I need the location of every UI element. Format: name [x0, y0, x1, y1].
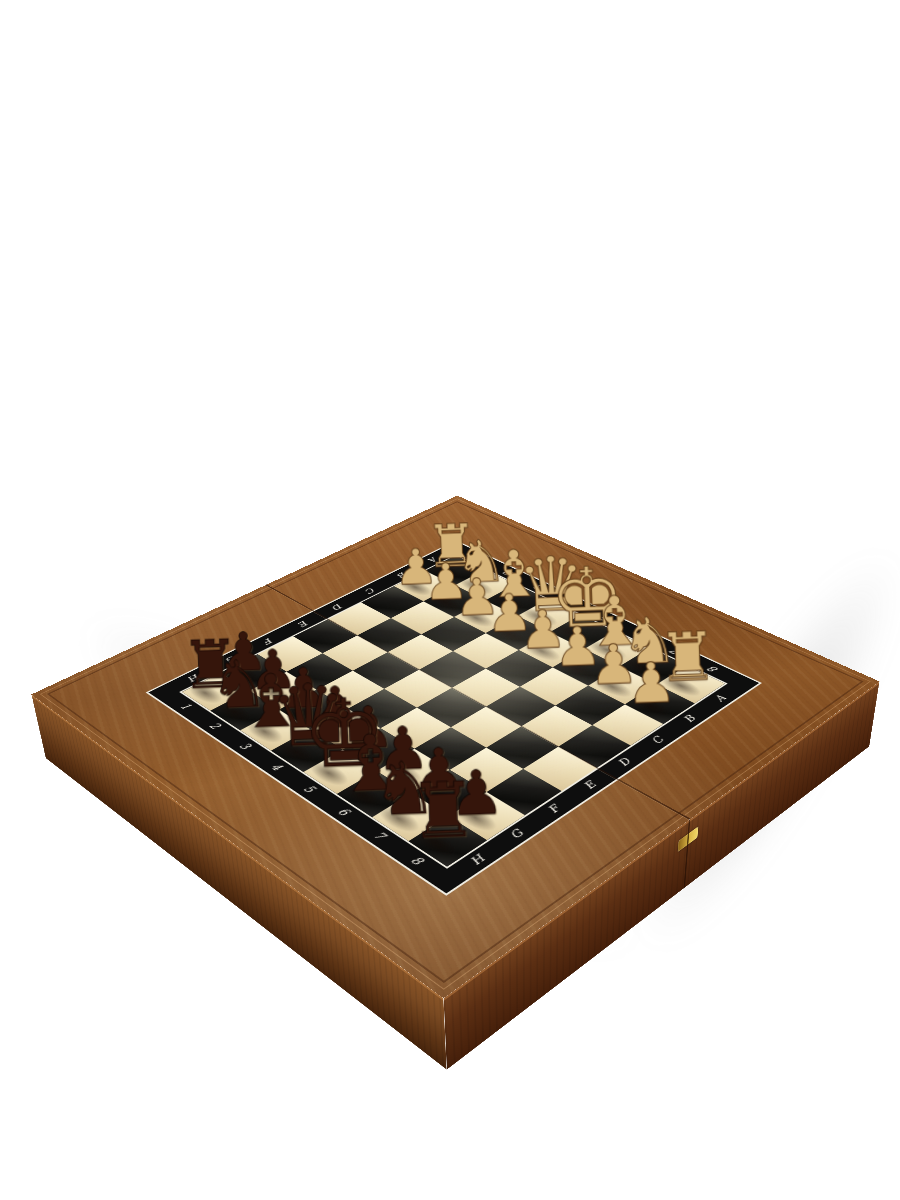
white-pawn-b8: ♟	[625, 657, 676, 710]
box-halves-junction	[684, 819, 691, 889]
product-photo-stage: 12345678 12345678 ABCDEFGH ABCDEFGH ♜♞♝♛…	[0, 0, 900, 1200]
perspective-tilt: 12345678 12345678 ABCDEFGH ABCDEFGH ♜♞♝♛…	[31, 496, 879, 999]
chess-set-scene: 12345678 12345678 ABCDEFGH ABCDEFGH ♜♞♝♛…	[142, 378, 763, 999]
black-rook-h8: ♜	[408, 776, 466, 848]
square-c7	[555, 686, 625, 725]
wooden-box-top: 12345678 12345678 ABCDEFGH ABCDEFGH ♜♞♝♛…	[31, 496, 879, 999]
file-label-C: C	[348, 579, 393, 602]
